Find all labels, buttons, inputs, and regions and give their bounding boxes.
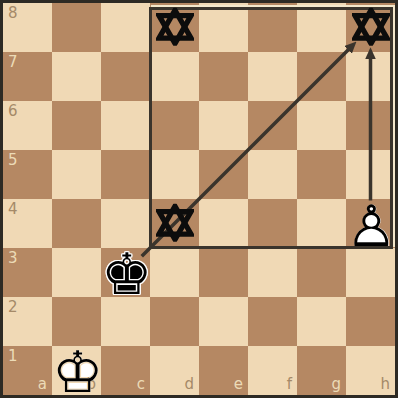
white-pawn[interactable]: ♟♙ xyxy=(346,199,395,248)
square-c6[interactable] xyxy=(101,101,150,150)
square-d8[interactable] xyxy=(150,3,199,52)
square-a5[interactable]: 5 xyxy=(3,150,52,199)
star-icon xyxy=(352,7,390,49)
square-f3[interactable] xyxy=(248,248,297,297)
square-f2[interactable] xyxy=(248,297,297,346)
square-e2[interactable] xyxy=(199,297,248,346)
square-b7[interactable] xyxy=(52,52,101,101)
square-e3[interactable] xyxy=(199,248,248,297)
white-king-outline-glyph: ♔ xyxy=(52,344,103,398)
file-label-c: c xyxy=(137,377,145,392)
rank-label-1: 1 xyxy=(8,349,18,364)
square-h2[interactable] xyxy=(346,297,395,346)
rank-label-4: 4 xyxy=(8,202,18,217)
square-b1[interactable]: b♚♔ xyxy=(52,346,101,395)
square-d2[interactable] xyxy=(150,297,199,346)
star-icon xyxy=(156,203,194,245)
black-king[interactable]: ♚ xyxy=(101,248,150,297)
square-h8[interactable] xyxy=(346,3,395,52)
square-a7[interactable]: 7 xyxy=(3,52,52,101)
square-g1[interactable]: g xyxy=(297,346,346,395)
file-label-g: g xyxy=(331,377,341,392)
black-king-glyph: ♚ xyxy=(101,246,152,303)
square-a1[interactable]: 1a xyxy=(3,346,52,395)
square-c5[interactable] xyxy=(101,150,150,199)
square-a4[interactable]: 4 xyxy=(3,199,52,248)
square-e1[interactable]: e xyxy=(199,346,248,395)
square-a6[interactable]: 6 xyxy=(3,101,52,150)
square-b3[interactable] xyxy=(52,248,101,297)
rank-label-2: 2 xyxy=(8,300,18,315)
square-b8[interactable] xyxy=(52,3,101,52)
square-d4[interactable] xyxy=(150,199,199,248)
file-label-e: e xyxy=(234,377,243,392)
square-c3[interactable]: ♚ xyxy=(101,248,150,297)
star-icon xyxy=(156,7,194,49)
square-b5[interactable] xyxy=(52,150,101,199)
file-label-a: a xyxy=(38,377,47,392)
file-label-d: d xyxy=(184,377,194,392)
square-d3[interactable] xyxy=(150,248,199,297)
square-g3[interactable] xyxy=(297,248,346,297)
rank-label-8: 8 xyxy=(8,6,18,21)
rank-label-7: 7 xyxy=(8,55,18,70)
white-king[interactable]: ♚♔ xyxy=(52,346,101,395)
square-g2[interactable] xyxy=(297,297,346,346)
square-a8[interactable]: 8 xyxy=(3,3,52,52)
square-h1[interactable]: h xyxy=(346,346,395,395)
rank-label-5: 5 xyxy=(8,153,18,168)
square-c1[interactable]: c xyxy=(101,346,150,395)
white-pawn-outline-glyph: ♙ xyxy=(346,198,397,255)
chess-diagram: 87654♟♙3♚21ab♚♔cdefgh xyxy=(0,0,398,398)
square-c7[interactable] xyxy=(101,52,150,101)
file-label-f: f xyxy=(287,377,292,392)
square-h4[interactable]: ♟♙ xyxy=(346,199,395,248)
square-f1[interactable]: f xyxy=(248,346,297,395)
square-a3[interactable]: 3 xyxy=(3,248,52,297)
square-b4[interactable] xyxy=(52,199,101,248)
square-a2[interactable]: 2 xyxy=(3,297,52,346)
rank-label-3: 3 xyxy=(8,251,18,266)
square-c8[interactable] xyxy=(101,3,150,52)
rank-label-6: 6 xyxy=(8,104,18,119)
square-d1[interactable]: d xyxy=(150,346,199,395)
square-b6[interactable] xyxy=(52,101,101,150)
file-label-h: h xyxy=(380,377,390,392)
